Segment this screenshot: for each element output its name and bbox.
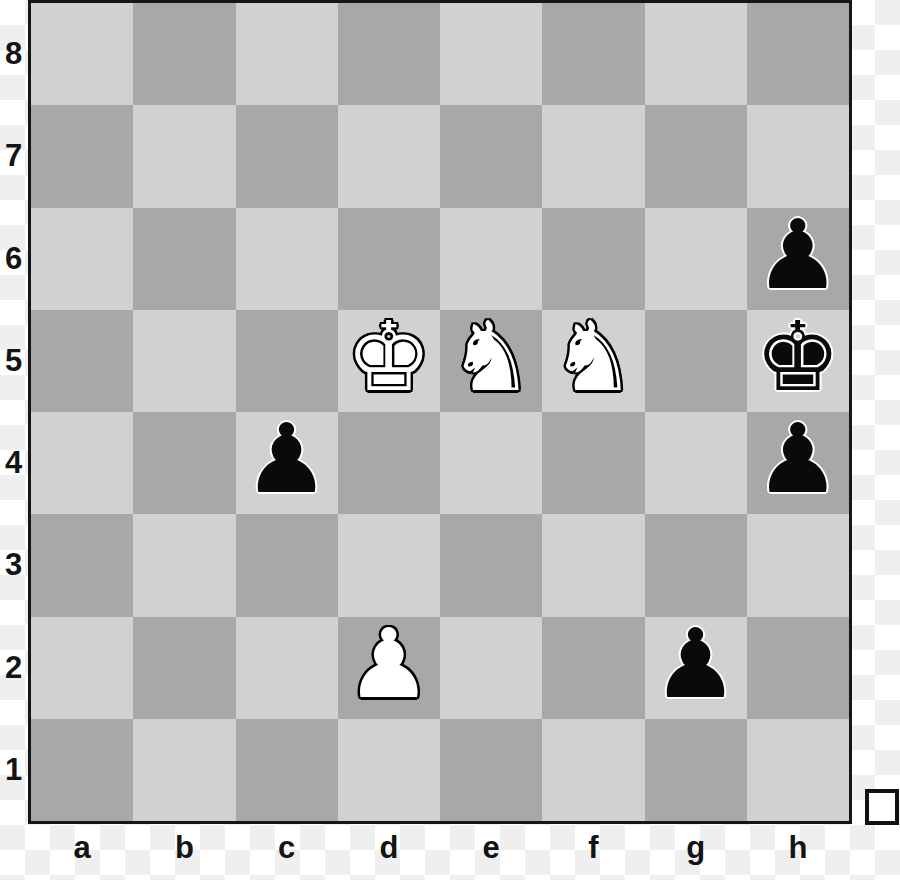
square-g8[interactable] <box>645 3 747 105</box>
rank-label-3: 3 <box>0 514 27 616</box>
white-pawn-piece[interactable]: ♟ <box>346 616 432 712</box>
square-c2[interactable] <box>236 617 338 719</box>
square-h8[interactable] <box>747 3 849 105</box>
square-e6[interactable] <box>440 208 542 310</box>
square-a4[interactable] <box>31 412 133 514</box>
page-background: { "game": "chess", "position": { "fen": … <box>0 0 900 880</box>
square-c8[interactable] <box>236 3 338 105</box>
square-h6[interactable]: ♟ <box>747 208 849 310</box>
rank-label-4: 4 <box>0 412 27 514</box>
square-a7[interactable] <box>31 105 133 207</box>
square-c5[interactable] <box>236 310 338 412</box>
square-b6[interactable] <box>133 208 235 310</box>
square-e3[interactable] <box>440 514 542 616</box>
square-d4[interactable] <box>338 412 440 514</box>
square-f6[interactable] <box>542 208 644 310</box>
black-pawn-piece[interactable]: ♟ <box>244 411 330 507</box>
black-king-piece[interactable]: ♚ <box>755 309 841 405</box>
square-c7[interactable] <box>236 105 338 207</box>
file-label-e: e <box>440 826 542 870</box>
rank-label-8: 8 <box>0 3 27 105</box>
white-king-piece[interactable]: ♚ <box>346 309 432 405</box>
square-a3[interactable] <box>31 514 133 616</box>
file-label-b: b <box>133 826 235 870</box>
black-pawn-piece[interactable]: ♟ <box>653 616 739 712</box>
rank-label-1: 1 <box>0 719 27 821</box>
square-h5[interactable]: ♚ <box>747 310 849 412</box>
square-h4[interactable]: ♟ <box>747 412 849 514</box>
file-label-h: h <box>747 826 849 870</box>
square-f1[interactable] <box>542 719 644 821</box>
square-h3[interactable] <box>747 514 849 616</box>
square-g2[interactable]: ♟ <box>645 617 747 719</box>
file-labels: abcdefgh <box>31 826 849 870</box>
square-e8[interactable] <box>440 3 542 105</box>
square-g6[interactable] <box>645 208 747 310</box>
square-g3[interactable] <box>645 514 747 616</box>
square-g5[interactable] <box>645 310 747 412</box>
square-b3[interactable] <box>133 514 235 616</box>
square-a6[interactable] <box>31 208 133 310</box>
square-c1[interactable] <box>236 719 338 821</box>
square-a8[interactable] <box>31 3 133 105</box>
black-pawn-piece[interactable]: ♟ <box>755 207 841 303</box>
white-to-move-indicator <box>865 789 899 825</box>
file-label-d: d <box>338 826 440 870</box>
square-f8[interactable] <box>542 3 644 105</box>
square-e2[interactable] <box>440 617 542 719</box>
square-e1[interactable] <box>440 719 542 821</box>
square-e5[interactable]: ♞ <box>440 310 542 412</box>
square-c6[interactable] <box>236 208 338 310</box>
square-g4[interactable] <box>645 412 747 514</box>
square-f4[interactable] <box>542 412 644 514</box>
rank-label-2: 2 <box>0 617 27 719</box>
square-b4[interactable] <box>133 412 235 514</box>
square-d3[interactable] <box>338 514 440 616</box>
rank-labels: 87654321 <box>0 3 27 821</box>
rank-label-6: 6 <box>0 208 27 310</box>
square-b7[interactable] <box>133 105 235 207</box>
square-b5[interactable] <box>133 310 235 412</box>
square-h7[interactable] <box>747 105 849 207</box>
square-d5[interactable]: ♚ <box>338 310 440 412</box>
square-d1[interactable] <box>338 719 440 821</box>
square-e4[interactable] <box>440 412 542 514</box>
file-label-c: c <box>236 826 338 870</box>
file-label-a: a <box>31 826 133 870</box>
square-a2[interactable] <box>31 617 133 719</box>
square-g1[interactable] <box>645 719 747 821</box>
square-f5[interactable]: ♞ <box>542 310 644 412</box>
square-f2[interactable] <box>542 617 644 719</box>
square-f3[interactable] <box>542 514 644 616</box>
square-c4[interactable]: ♟ <box>236 412 338 514</box>
rank-label-7: 7 <box>0 105 27 207</box>
square-b2[interactable] <box>133 617 235 719</box>
square-a5[interactable] <box>31 310 133 412</box>
square-d2[interactable]: ♟ <box>338 617 440 719</box>
file-label-f: f <box>542 826 644 870</box>
square-d8[interactable] <box>338 3 440 105</box>
square-b1[interactable] <box>133 719 235 821</box>
file-label-g: g <box>645 826 747 870</box>
square-e7[interactable] <box>440 105 542 207</box>
white-knight-piece[interactable]: ♞ <box>448 309 534 405</box>
rank-label-5: 5 <box>0 310 27 412</box>
white-knight-piece[interactable]: ♞ <box>550 309 636 405</box>
black-pawn-piece[interactable]: ♟ <box>755 411 841 507</box>
square-a1[interactable] <box>31 719 133 821</box>
square-d6[interactable] <box>338 208 440 310</box>
square-c3[interactable] <box>236 514 338 616</box>
chess-board: ♟♚♞♞♚♟♟♟♟ <box>28 0 852 824</box>
square-h2[interactable] <box>747 617 849 719</box>
square-d7[interactable] <box>338 105 440 207</box>
square-f7[interactable] <box>542 105 644 207</box>
square-b8[interactable] <box>133 3 235 105</box>
square-h1[interactable] <box>747 719 849 821</box>
square-g7[interactable] <box>645 105 747 207</box>
